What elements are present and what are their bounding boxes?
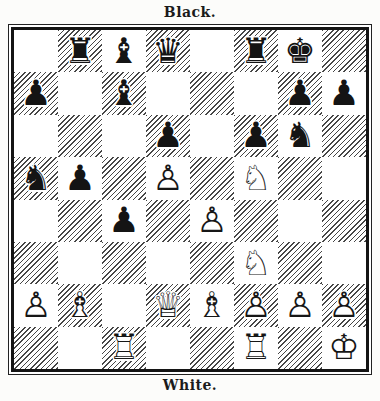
board-border: ♜♝♛♜♚♟♝♟♟♟♟♞♞♟♟♙♞♘♟♟♙♞♘♟♙♝♗♛♕♝♗♟♙♟♙♟♙♜♖♜… xyxy=(11,27,369,372)
square-h4[interactable] xyxy=(322,200,366,242)
square-e6[interactable] xyxy=(190,115,234,157)
square-g7[interactable]: ♟ xyxy=(278,72,322,114)
square-g8[interactable]: ♚ xyxy=(278,30,322,72)
square-h1[interactable]: ♚♔ xyxy=(322,327,366,369)
piece-white-bishop: ♝♗ xyxy=(58,284,102,326)
square-c8[interactable]: ♝ xyxy=(102,30,146,72)
piece-black-knight: ♞ xyxy=(14,157,58,199)
square-a6[interactable] xyxy=(14,115,58,157)
square-b5[interactable]: ♟ xyxy=(58,157,102,199)
square-b7[interactable] xyxy=(58,72,102,114)
square-a3[interactable] xyxy=(14,242,58,284)
square-a4[interactable] xyxy=(14,200,58,242)
square-b3[interactable] xyxy=(58,242,102,284)
piece-black-pawn: ♟ xyxy=(102,200,146,242)
piece-white-pawn: ♟♙ xyxy=(14,284,58,326)
square-e3[interactable] xyxy=(190,242,234,284)
square-d8[interactable]: ♛ xyxy=(146,30,190,72)
square-d5[interactable]: ♟♙ xyxy=(146,157,190,199)
board-frame: ♜♝♛♜♚♟♝♟♟♟♟♞♞♟♟♙♞♘♟♟♙♞♘♟♙♝♗♛♕♝♗♟♙♟♙♟♙♜♖♜… xyxy=(8,24,372,375)
square-f4[interactable] xyxy=(234,200,278,242)
piece-black-bishop: ♝ xyxy=(102,72,146,114)
square-f2[interactable]: ♟♙ xyxy=(234,284,278,326)
square-g1[interactable] xyxy=(278,327,322,369)
square-b4[interactable] xyxy=(58,200,102,242)
piece-black-pawn: ♟ xyxy=(234,115,278,157)
piece-black-queen: ♛ xyxy=(146,30,190,72)
square-a8[interactable] xyxy=(14,30,58,72)
square-b2[interactable]: ♝♗ xyxy=(58,284,102,326)
square-h7[interactable]: ♟ xyxy=(322,72,366,114)
square-e2[interactable]: ♝♗ xyxy=(190,284,234,326)
square-b8[interactable]: ♜ xyxy=(58,30,102,72)
square-c1[interactable]: ♜♖ xyxy=(102,327,146,369)
piece-black-pawn: ♟ xyxy=(58,157,102,199)
piece-white-knight: ♞♘ xyxy=(234,157,278,199)
piece-white-queen: ♛♕ xyxy=(146,284,190,326)
piece-white-pawn: ♟♙ xyxy=(322,284,366,326)
square-d6[interactable]: ♟ xyxy=(146,115,190,157)
square-c6[interactable] xyxy=(102,115,146,157)
square-d4[interactable] xyxy=(146,200,190,242)
square-c3[interactable] xyxy=(102,242,146,284)
square-h2[interactable]: ♟♙ xyxy=(322,284,366,326)
square-d2[interactable]: ♛♕ xyxy=(146,284,190,326)
square-g3[interactable] xyxy=(278,242,322,284)
square-a7[interactable]: ♟ xyxy=(14,72,58,114)
piece-white-pawn: ♟♙ xyxy=(146,157,190,199)
square-g4[interactable] xyxy=(278,200,322,242)
square-f5[interactable]: ♞♘ xyxy=(234,157,278,199)
square-h3[interactable] xyxy=(322,242,366,284)
square-f7[interactable] xyxy=(234,72,278,114)
square-b6[interactable] xyxy=(58,115,102,157)
piece-white-pawn: ♟♙ xyxy=(234,284,278,326)
square-h8[interactable] xyxy=(322,30,366,72)
piece-black-bishop: ♝ xyxy=(102,30,146,72)
square-h5[interactable] xyxy=(322,157,366,199)
piece-black-pawn: ♟ xyxy=(146,115,190,157)
square-a2[interactable]: ♟♙ xyxy=(14,284,58,326)
piece-black-king: ♚ xyxy=(278,30,322,72)
square-c7[interactable]: ♝ xyxy=(102,72,146,114)
piece-white-rook: ♜♖ xyxy=(234,327,278,369)
white-side-label: White. xyxy=(163,375,217,397)
square-g5[interactable] xyxy=(278,157,322,199)
square-c4[interactable]: ♟ xyxy=(102,200,146,242)
diagram-page: Black. ♜♝♛♜♚♟♝♟♟♟♟♞♞♟♟♙♞♘♟♟♙♞♘♟♙♝♗♛♕♝♗♟♙… xyxy=(0,0,380,401)
square-d7[interactable] xyxy=(146,72,190,114)
square-f3[interactable]: ♞♘ xyxy=(234,242,278,284)
black-side-label: Black. xyxy=(164,0,216,24)
piece-black-rook: ♜ xyxy=(234,30,278,72)
chess-board: ♜♝♛♜♚♟♝♟♟♟♟♞♞♟♟♙♞♘♟♟♙♞♘♟♙♝♗♛♕♝♗♟♙♟♙♟♙♜♖♜… xyxy=(14,30,366,369)
square-e1[interactable] xyxy=(190,327,234,369)
square-e7[interactable] xyxy=(190,72,234,114)
piece-black-rook: ♜ xyxy=(58,30,102,72)
piece-white-pawn: ♟♙ xyxy=(278,284,322,326)
piece-white-rook: ♜♖ xyxy=(102,327,146,369)
square-d3[interactable] xyxy=(146,242,190,284)
square-e4[interactable]: ♟♙ xyxy=(190,200,234,242)
square-a5[interactable]: ♞ xyxy=(14,157,58,199)
square-a1[interactable] xyxy=(14,327,58,369)
piece-black-pawn: ♟ xyxy=(14,72,58,114)
square-f6[interactable]: ♟ xyxy=(234,115,278,157)
square-c5[interactable] xyxy=(102,157,146,199)
piece-white-king: ♚♔ xyxy=(322,327,366,369)
piece-white-pawn: ♟♙ xyxy=(190,200,234,242)
square-b1[interactable] xyxy=(58,327,102,369)
piece-white-bishop: ♝♗ xyxy=(190,284,234,326)
piece-black-pawn: ♟ xyxy=(322,72,366,114)
square-c2[interactable] xyxy=(102,284,146,326)
square-f1[interactable]: ♜♖ xyxy=(234,327,278,369)
square-e5[interactable] xyxy=(190,157,234,199)
square-f8[interactable]: ♜ xyxy=(234,30,278,72)
square-h6[interactable] xyxy=(322,115,366,157)
square-e8[interactable] xyxy=(190,30,234,72)
piece-white-knight: ♞♘ xyxy=(234,242,278,284)
square-g6[interactable]: ♞ xyxy=(278,115,322,157)
piece-black-knight: ♞ xyxy=(278,115,322,157)
square-d1[interactable] xyxy=(146,327,190,369)
piece-black-pawn: ♟ xyxy=(278,72,322,114)
square-g2[interactable]: ♟♙ xyxy=(278,284,322,326)
